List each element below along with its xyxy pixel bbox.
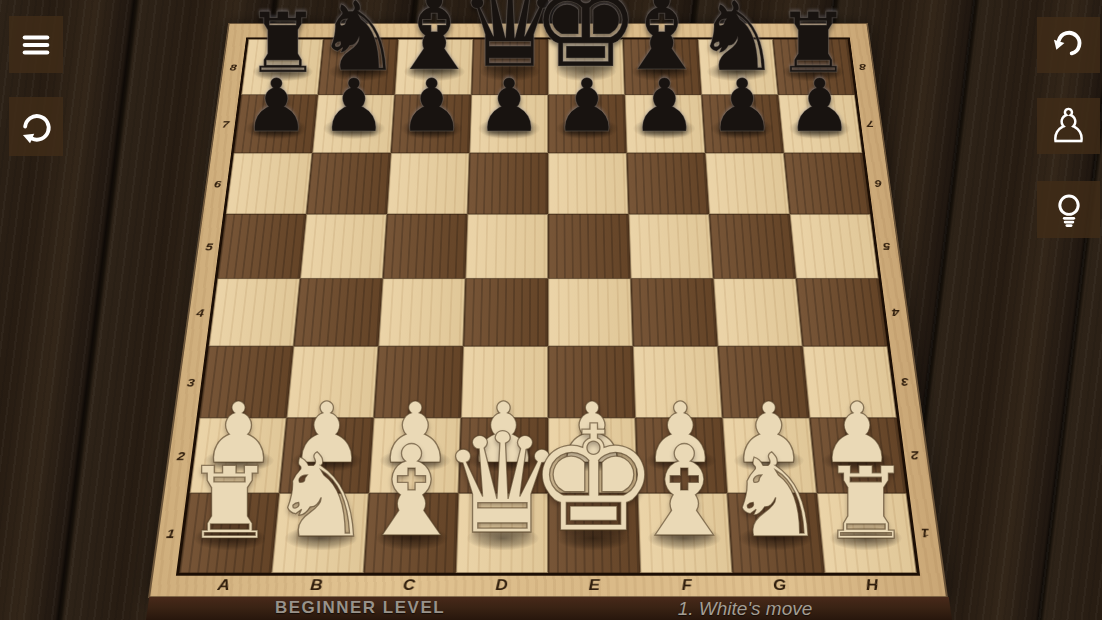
rank-label-5-right: 5 xyxy=(882,240,891,252)
hamburger-menu-icon xyxy=(16,25,56,65)
restart-rotate-icon xyxy=(15,106,57,148)
piece-white-knight[interactable]: ♞ xyxy=(724,439,827,554)
undo-arrow-icon xyxy=(1048,24,1090,66)
undo-button[interactable] xyxy=(1037,17,1100,73)
piece-black-pawn[interactable]: ♟ xyxy=(321,68,387,141)
board-front-face: BEGINNER LEVEL 1. White's move xyxy=(146,597,952,620)
file-label-E: E xyxy=(589,577,601,595)
file-label-C: C xyxy=(403,577,416,595)
rank-label-4-right: 4 xyxy=(891,306,900,318)
chess-app: { "game": "chess", "app_title": "Chess",… xyxy=(0,0,1102,620)
rank-label-7-left: 7 xyxy=(222,118,230,129)
rank-label-7-right: 7 xyxy=(866,118,874,129)
rank-label-6-right: 6 xyxy=(874,178,883,189)
file-label-H: H xyxy=(865,577,879,595)
level-label: BEGINNER LEVEL xyxy=(275,598,445,618)
rank-label-2-right: 2 xyxy=(910,448,920,462)
file-label-F: F xyxy=(681,577,692,595)
piece-black-pawn[interactable]: ♟ xyxy=(476,68,542,141)
rank-label-6-left: 6 xyxy=(213,178,222,189)
move-indicator: 1. White's move xyxy=(678,598,813,620)
rank-label-3-left: 3 xyxy=(186,375,195,388)
file-label-D: D xyxy=(495,577,508,595)
piece-black-pawn[interactable]: ♟ xyxy=(554,68,620,141)
piece-white-rook[interactable]: ♜ xyxy=(185,454,274,554)
rank-label-3-right: 3 xyxy=(900,375,909,388)
rank-label-8-right: 8 xyxy=(858,62,866,72)
piece-black-pawn[interactable]: ♟ xyxy=(399,68,465,141)
lightbulb-icon xyxy=(1048,189,1090,231)
rank-label-4-left: 4 xyxy=(196,306,205,318)
hint-button[interactable] xyxy=(1037,181,1100,238)
rank-label-5-left: 5 xyxy=(205,240,214,252)
piece-black-pawn[interactable]: ♟ xyxy=(243,68,309,141)
piece-black-pawn[interactable]: ♟ xyxy=(632,68,698,141)
file-label-A: A xyxy=(217,577,231,595)
rank-label-1-right: 1 xyxy=(920,525,930,540)
piece-white-rook[interactable]: ♜ xyxy=(821,454,910,554)
piece-black-pawn[interactable]: ♟ xyxy=(787,68,853,141)
rank-label-1-left: 1 xyxy=(166,525,176,540)
rank-label-8-left: 8 xyxy=(229,62,237,72)
piece-black-pawn[interactable]: ♟ xyxy=(709,68,775,141)
file-label-B: B xyxy=(310,577,324,595)
restart-button[interactable] xyxy=(9,97,63,156)
menu-button[interactable] xyxy=(9,16,63,73)
piece-style-button[interactable]: ♟ xyxy=(1037,98,1100,154)
pawn-outline-icon: ♟ xyxy=(1049,104,1088,148)
file-label-G: G xyxy=(772,577,787,595)
